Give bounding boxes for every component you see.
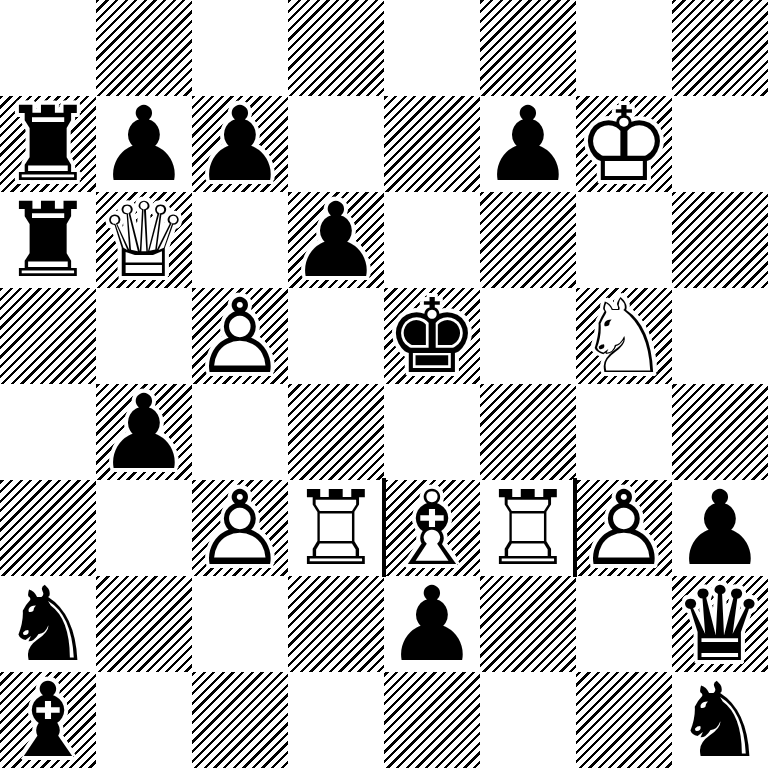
square-c1[interactable] xyxy=(192,672,288,768)
black-pawn-piece: ♟ xyxy=(96,384,192,480)
black-knight-piece: ♞ xyxy=(0,576,96,672)
square-d5[interactable] xyxy=(288,288,384,384)
square-g6[interactable] xyxy=(576,192,672,288)
square-g2[interactable] xyxy=(576,576,672,672)
square-e7[interactable] xyxy=(384,96,480,192)
square-b3[interactable] xyxy=(96,480,192,576)
square-a1[interactable]: ♝ xyxy=(0,672,96,768)
black-rook-piece: ♜ xyxy=(0,192,96,288)
square-h3[interactable]: ♟ xyxy=(672,480,768,576)
square-f6[interactable] xyxy=(480,192,576,288)
square-g8[interactable] xyxy=(576,0,672,96)
square-c5[interactable]: ♟♙ xyxy=(192,288,288,384)
square-h4[interactable] xyxy=(672,384,768,480)
square-g3[interactable]: ♟♙ xyxy=(576,480,672,576)
square-g1[interactable] xyxy=(576,672,672,768)
chess-board: ♜♟♟♟♚♔♜♛♕♟♟♙♚♞♘♟♟♙♜♖♝♗♜♖♟♙♟♞♟♛♝♞ xyxy=(0,0,768,768)
square-f3[interactable]: ♜♖ xyxy=(480,480,576,576)
square-d2[interactable] xyxy=(288,576,384,672)
white-knight-fill: ♞ xyxy=(576,288,672,384)
rank3-vertical-mark-right xyxy=(573,478,577,577)
black-pawn-piece: ♟ xyxy=(288,192,384,288)
black-pawn-piece: ♟ xyxy=(96,96,192,192)
square-h8[interactable] xyxy=(672,0,768,96)
square-a6[interactable]: ♜ xyxy=(0,192,96,288)
square-e3[interactable]: ♝♗ xyxy=(384,480,480,576)
square-c8[interactable] xyxy=(192,0,288,96)
black-pawn-piece: ♟ xyxy=(192,96,288,192)
square-b6[interactable]: ♛♕ xyxy=(96,192,192,288)
white-rook-fill: ♜ xyxy=(480,480,576,576)
square-f7[interactable]: ♟ xyxy=(480,96,576,192)
square-c4[interactable] xyxy=(192,384,288,480)
white-rook-fill: ♜ xyxy=(288,480,384,576)
square-d3[interactable]: ♜♖ xyxy=(288,480,384,576)
square-c2[interactable] xyxy=(192,576,288,672)
white-pawn-piece: ♙ xyxy=(192,480,288,576)
square-a3[interactable] xyxy=(0,480,96,576)
square-b2[interactable] xyxy=(96,576,192,672)
square-f2[interactable] xyxy=(480,576,576,672)
square-h2[interactable]: ♛ xyxy=(672,576,768,672)
square-b1[interactable] xyxy=(96,672,192,768)
square-a7[interactable]: ♜ xyxy=(0,96,96,192)
square-c3[interactable]: ♟♙ xyxy=(192,480,288,576)
white-rook-piece: ♖ xyxy=(288,480,384,576)
square-g5[interactable]: ♞♘ xyxy=(576,288,672,384)
white-pawn-piece: ♙ xyxy=(576,480,672,576)
square-e2[interactable]: ♟ xyxy=(384,576,480,672)
black-queen-piece: ♛ xyxy=(672,576,768,672)
rank3-vertical-mark-left xyxy=(382,478,386,577)
white-pawn-fill: ♟ xyxy=(576,480,672,576)
black-pawn-piece: ♟ xyxy=(480,96,576,192)
square-e6[interactable] xyxy=(384,192,480,288)
white-bishop-piece: ♗ xyxy=(384,480,480,576)
square-e4[interactable] xyxy=(384,384,480,480)
square-e1[interactable] xyxy=(384,672,480,768)
square-g7[interactable]: ♚♔ xyxy=(576,96,672,192)
square-b4[interactable]: ♟ xyxy=(96,384,192,480)
white-queen-piece: ♕ xyxy=(96,192,192,288)
square-h6[interactable] xyxy=(672,192,768,288)
square-a2[interactable]: ♞ xyxy=(0,576,96,672)
square-f8[interactable] xyxy=(480,0,576,96)
square-f1[interactable] xyxy=(480,672,576,768)
square-d4[interactable] xyxy=(288,384,384,480)
square-b7[interactable]: ♟ xyxy=(96,96,192,192)
white-knight-piece: ♘ xyxy=(576,288,672,384)
black-knight-piece: ♞ xyxy=(672,672,768,768)
black-rook-piece: ♜ xyxy=(0,96,96,192)
white-queen-fill: ♛ xyxy=(96,192,192,288)
black-pawn-piece: ♟ xyxy=(672,480,768,576)
square-g4[interactable] xyxy=(576,384,672,480)
square-b8[interactable] xyxy=(96,0,192,96)
square-a8[interactable] xyxy=(0,0,96,96)
square-f4[interactable] xyxy=(480,384,576,480)
square-h5[interactable] xyxy=(672,288,768,384)
square-a5[interactable] xyxy=(0,288,96,384)
white-rook-piece: ♖ xyxy=(480,480,576,576)
square-h7[interactable] xyxy=(672,96,768,192)
square-d1[interactable] xyxy=(288,672,384,768)
black-bishop-piece: ♝ xyxy=(0,672,96,768)
white-bishop-fill: ♝ xyxy=(384,480,480,576)
white-king-fill: ♚ xyxy=(576,96,672,192)
square-d7[interactable] xyxy=(288,96,384,192)
white-pawn-fill: ♟ xyxy=(192,288,288,384)
square-c7[interactable]: ♟ xyxy=(192,96,288,192)
square-f5[interactable] xyxy=(480,288,576,384)
square-d8[interactable] xyxy=(288,0,384,96)
square-d6[interactable]: ♟ xyxy=(288,192,384,288)
square-e8[interactable] xyxy=(384,0,480,96)
square-a4[interactable] xyxy=(0,384,96,480)
white-pawn-piece: ♙ xyxy=(192,288,288,384)
black-pawn-piece: ♟ xyxy=(384,576,480,672)
square-c6[interactable] xyxy=(192,192,288,288)
white-pawn-fill: ♟ xyxy=(192,480,288,576)
white-king-piece: ♔ xyxy=(576,96,672,192)
square-b5[interactable] xyxy=(96,288,192,384)
square-e5[interactable]: ♚ xyxy=(384,288,480,384)
black-king-piece: ♚ xyxy=(384,288,480,384)
square-h1[interactable]: ♞ xyxy=(672,672,768,768)
